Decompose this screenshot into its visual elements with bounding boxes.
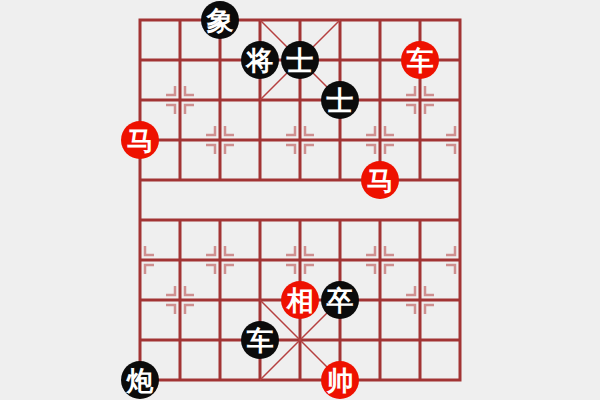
piece-black-general[interactable]: 将 [241, 41, 279, 79]
piece-black-elephant[interactable]: 象 [201, 1, 239, 39]
piece-red-horse[interactable]: 马 [121, 121, 159, 159]
piece-red-general[interactable]: 帅 [321, 361, 359, 399]
piece-red-horse[interactable]: 马 [361, 161, 399, 199]
piece-red-chariot[interactable]: 车 [401, 41, 439, 79]
piece-black-advisor[interactable]: 士 [321, 81, 359, 119]
piece-black-chariot[interactable]: 车 [241, 321, 279, 359]
piece-black-cannon[interactable]: 炮 [121, 361, 159, 399]
piece-red-elephant[interactable]: 相 [281, 281, 319, 319]
piece-black-advisor[interactable]: 士 [281, 41, 319, 79]
xiangqi-board: 象将士车士马马相卒车炮帅 [0, 0, 600, 400]
pieces-layer: 象将士车士马马相卒车炮帅 [120, 0, 480, 400]
piece-black-soldier[interactable]: 卒 [321, 281, 359, 319]
